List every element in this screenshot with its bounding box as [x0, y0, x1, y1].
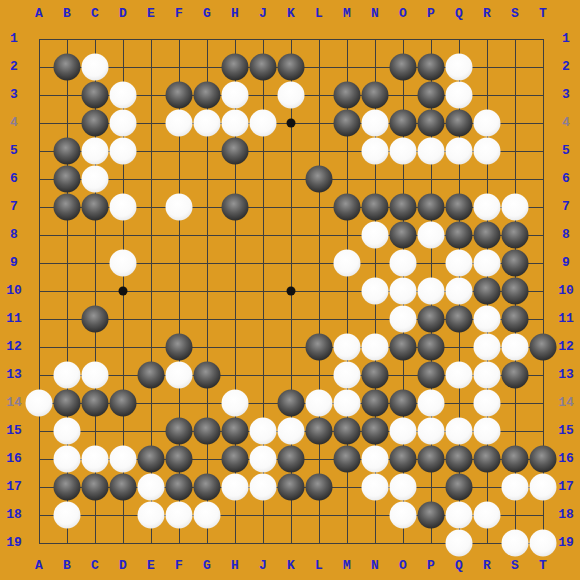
row-label-left-6: 6 [0, 171, 28, 187]
stone-black-P2 [418, 54, 445, 81]
stone-white-C16 [82, 446, 109, 473]
stone-white-S19 [502, 530, 529, 557]
row-label-right-8: 8 [552, 227, 580, 243]
stone-white-Q3 [446, 82, 473, 109]
row-label-left-1: 1 [0, 31, 28, 47]
stone-white-N8 [362, 222, 389, 249]
column-label-bottom-F: F [165, 558, 193, 574]
column-label-top-B: B [53, 6, 81, 22]
stone-black-H2 [222, 54, 249, 81]
row-label-right-2: 2 [552, 59, 580, 75]
stone-black-B14 [54, 390, 81, 417]
stone-white-O5 [390, 138, 417, 165]
stone-black-S10 [502, 278, 529, 305]
row-label-left-19: 19 [0, 535, 28, 551]
stone-white-G4 [194, 110, 221, 137]
stone-white-D4 [110, 110, 137, 137]
stone-white-C6 [82, 166, 109, 193]
stone-white-B18 [54, 502, 81, 529]
column-label-bottom-B: B [53, 558, 81, 574]
stone-black-Q17 [446, 474, 473, 501]
stone-white-R5 [474, 138, 501, 165]
row-label-right-4: 4 [552, 115, 580, 131]
stone-black-Q16 [446, 446, 473, 473]
stone-black-G3 [194, 82, 221, 109]
column-label-bottom-R: R [473, 558, 501, 574]
row-label-right-6: 6 [552, 171, 580, 187]
stone-white-N17 [362, 474, 389, 501]
stone-white-J4 [250, 110, 277, 137]
stone-black-C14 [82, 390, 109, 417]
grid-line-horizontal [39, 347, 544, 348]
stone-black-M3 [334, 82, 361, 109]
column-label-top-F: F [165, 6, 193, 22]
stone-black-O14 [390, 390, 417, 417]
stone-black-E13 [138, 362, 165, 389]
stone-black-R8 [474, 222, 501, 249]
stone-white-O17 [390, 474, 417, 501]
column-label-top-M: M [333, 6, 361, 22]
stone-white-Q9 [446, 250, 473, 277]
stone-black-E16 [138, 446, 165, 473]
stone-black-K16 [278, 446, 305, 473]
stone-black-O12 [390, 334, 417, 361]
stone-white-D3 [110, 82, 137, 109]
stone-black-O2 [390, 54, 417, 81]
stone-black-L15 [306, 418, 333, 445]
stone-black-C4 [82, 110, 109, 137]
stone-black-O7 [390, 194, 417, 221]
column-label-bottom-L: L [305, 558, 333, 574]
stone-white-M14 [334, 390, 361, 417]
stone-black-G15 [194, 418, 221, 445]
stone-black-S9 [502, 250, 529, 277]
stone-white-S7 [502, 194, 529, 221]
stone-black-B2 [54, 54, 81, 81]
column-label-top-A: A [25, 6, 53, 22]
stone-black-L6 [306, 166, 333, 193]
stone-white-R7 [474, 194, 501, 221]
column-label-top-J: J [249, 6, 277, 22]
column-label-top-C: C [81, 6, 109, 22]
column-label-top-H: H [221, 6, 249, 22]
row-label-left-9: 9 [0, 255, 28, 271]
stone-black-G17 [194, 474, 221, 501]
stone-white-F4 [166, 110, 193, 137]
stone-white-N16 [362, 446, 389, 473]
stone-black-S11 [502, 306, 529, 333]
stone-black-B6 [54, 166, 81, 193]
row-label-left-17: 17 [0, 479, 28, 495]
stone-black-Q7 [446, 194, 473, 221]
stone-black-T16 [530, 446, 557, 473]
column-label-bottom-J: J [249, 558, 277, 574]
stone-white-N5 [362, 138, 389, 165]
stone-black-B17 [54, 474, 81, 501]
star-point-D10 [119, 287, 128, 296]
stone-white-R14 [474, 390, 501, 417]
row-label-right-3: 3 [552, 87, 580, 103]
stone-black-L12 [306, 334, 333, 361]
column-label-bottom-Q: Q [445, 558, 473, 574]
stone-black-K2 [278, 54, 305, 81]
stone-black-P18 [418, 502, 445, 529]
stone-white-R18 [474, 502, 501, 529]
row-label-left-5: 5 [0, 143, 28, 159]
stone-black-N13 [362, 362, 389, 389]
stone-black-S8 [502, 222, 529, 249]
stone-white-P15 [418, 418, 445, 445]
stone-white-O15 [390, 418, 417, 445]
stone-white-O11 [390, 306, 417, 333]
stone-white-S17 [502, 474, 529, 501]
stone-white-T19 [530, 530, 557, 557]
stone-white-N10 [362, 278, 389, 305]
stone-white-P14 [418, 390, 445, 417]
row-label-left-2: 2 [0, 59, 28, 75]
stone-black-Q8 [446, 222, 473, 249]
stone-black-S13 [502, 362, 529, 389]
stone-black-P11 [418, 306, 445, 333]
star-point-K4 [287, 119, 296, 128]
stone-white-H4 [222, 110, 249, 137]
stone-white-P8 [418, 222, 445, 249]
row-label-right-15: 15 [552, 423, 580, 439]
column-label-bottom-G: G [193, 558, 221, 574]
stone-white-C13 [82, 362, 109, 389]
stone-white-F18 [166, 502, 193, 529]
row-label-left-13: 13 [0, 367, 28, 383]
row-label-left-3: 3 [0, 87, 28, 103]
grid-line-vertical [319, 39, 320, 544]
stone-black-K14 [278, 390, 305, 417]
stone-white-K3 [278, 82, 305, 109]
stone-white-N12 [362, 334, 389, 361]
row-label-left-7: 7 [0, 199, 28, 215]
stone-white-E18 [138, 502, 165, 529]
stone-black-O4 [390, 110, 417, 137]
stone-white-R9 [474, 250, 501, 277]
column-label-top-G: G [193, 6, 221, 22]
stone-black-N7 [362, 194, 389, 221]
stone-white-R15 [474, 418, 501, 445]
column-label-top-K: K [277, 6, 305, 22]
stone-black-H7 [222, 194, 249, 221]
column-label-bottom-P: P [417, 558, 445, 574]
column-label-bottom-S: S [501, 558, 529, 574]
column-label-top-R: R [473, 6, 501, 22]
stone-black-C3 [82, 82, 109, 109]
stone-black-P16 [418, 446, 445, 473]
stone-black-N14 [362, 390, 389, 417]
row-label-right-7: 7 [552, 199, 580, 215]
stone-white-D5 [110, 138, 137, 165]
stone-white-D9 [110, 250, 137, 277]
stone-white-J17 [250, 474, 277, 501]
stone-white-R13 [474, 362, 501, 389]
row-label-left-15: 15 [0, 423, 28, 439]
row-label-right-14: 14 [552, 395, 580, 411]
column-label-top-E: E [137, 6, 165, 22]
row-label-right-1: 1 [552, 31, 580, 47]
stone-white-H3 [222, 82, 249, 109]
stone-white-B15 [54, 418, 81, 445]
stone-white-M9 [334, 250, 361, 277]
stone-black-O16 [390, 446, 417, 473]
stone-black-H5 [222, 138, 249, 165]
stone-white-Q2 [446, 54, 473, 81]
stone-white-F7 [166, 194, 193, 221]
stone-black-H16 [222, 446, 249, 473]
row-label-right-5: 5 [552, 143, 580, 159]
stone-black-B5 [54, 138, 81, 165]
stone-black-C7 [82, 194, 109, 221]
stone-white-L14 [306, 390, 333, 417]
stone-black-P12 [418, 334, 445, 361]
stone-white-Q10 [446, 278, 473, 305]
row-label-left-10: 10 [0, 283, 28, 299]
stone-black-D14 [110, 390, 137, 417]
stone-white-Q15 [446, 418, 473, 445]
column-label-bottom-H: H [221, 558, 249, 574]
column-label-bottom-C: C [81, 558, 109, 574]
stone-black-O8 [390, 222, 417, 249]
row-label-right-18: 18 [552, 507, 580, 523]
column-label-top-D: D [109, 6, 137, 22]
stone-white-M13 [334, 362, 361, 389]
column-label-top-P: P [417, 6, 445, 22]
column-label-bottom-M: M [333, 558, 361, 574]
stone-white-P5 [418, 138, 445, 165]
stone-black-S16 [502, 446, 529, 473]
column-label-top-T: T [529, 6, 557, 22]
go-board[interactable]: AABBCCDDEEFFGGHHJJKKLLMMNNOOPPQQRRSSTT11… [0, 0, 580, 580]
stone-white-S12 [502, 334, 529, 361]
stone-black-F3 [166, 82, 193, 109]
column-label-bottom-N: N [361, 558, 389, 574]
stone-black-R10 [474, 278, 501, 305]
stone-white-Q5 [446, 138, 473, 165]
row-label-right-10: 10 [552, 283, 580, 299]
stone-white-O10 [390, 278, 417, 305]
stone-white-B13 [54, 362, 81, 389]
stone-white-M12 [334, 334, 361, 361]
stone-black-G13 [194, 362, 221, 389]
column-label-top-S: S [501, 6, 529, 22]
stone-white-R4 [474, 110, 501, 137]
stone-white-J16 [250, 446, 277, 473]
stone-black-P4 [418, 110, 445, 137]
row-label-right-9: 9 [552, 255, 580, 271]
row-label-left-4: 4 [0, 115, 28, 131]
column-label-bottom-O: O [389, 558, 417, 574]
stone-white-D7 [110, 194, 137, 221]
stone-white-F13 [166, 362, 193, 389]
stone-black-N3 [362, 82, 389, 109]
stone-black-J2 [250, 54, 277, 81]
row-label-left-16: 16 [0, 451, 28, 467]
stone-black-F17 [166, 474, 193, 501]
stone-black-M16 [334, 446, 361, 473]
row-label-left-12: 12 [0, 339, 28, 355]
stone-white-R11 [474, 306, 501, 333]
row-label-right-13: 13 [552, 367, 580, 383]
stone-black-C17 [82, 474, 109, 501]
column-label-top-N: N [361, 6, 389, 22]
column-label-top-Q: Q [445, 6, 473, 22]
stone-black-B7 [54, 194, 81, 221]
column-label-bottom-D: D [109, 558, 137, 574]
column-label-top-O: O [389, 6, 417, 22]
star-point-K10 [287, 287, 296, 296]
stone-white-O18 [390, 502, 417, 529]
column-label-bottom-T: T [529, 558, 557, 574]
stone-black-R16 [474, 446, 501, 473]
stone-white-H14 [222, 390, 249, 417]
row-label-left-8: 8 [0, 227, 28, 243]
column-label-bottom-K: K [277, 558, 305, 574]
stone-white-H17 [222, 474, 249, 501]
stone-black-D17 [110, 474, 137, 501]
row-label-left-11: 11 [0, 311, 28, 327]
stone-white-E17 [138, 474, 165, 501]
stone-white-Q13 [446, 362, 473, 389]
stone-black-C11 [82, 306, 109, 333]
row-label-left-18: 18 [0, 507, 28, 523]
stone-white-N4 [362, 110, 389, 137]
stone-white-A14 [26, 390, 53, 417]
stone-black-Q4 [446, 110, 473, 137]
stone-black-P3 [418, 82, 445, 109]
stone-white-G18 [194, 502, 221, 529]
stone-white-Q19 [446, 530, 473, 557]
stone-white-P10 [418, 278, 445, 305]
stone-black-F16 [166, 446, 193, 473]
stone-white-O9 [390, 250, 417, 277]
column-label-bottom-E: E [137, 558, 165, 574]
stone-black-F12 [166, 334, 193, 361]
stone-black-P13 [418, 362, 445, 389]
stone-white-K15 [278, 418, 305, 445]
stone-black-Q11 [446, 306, 473, 333]
stone-black-F15 [166, 418, 193, 445]
stone-white-J15 [250, 418, 277, 445]
stone-black-N15 [362, 418, 389, 445]
stone-black-K17 [278, 474, 305, 501]
stone-white-D16 [110, 446, 137, 473]
row-label-left-14: 14 [0, 395, 28, 411]
column-label-top-L: L [305, 6, 333, 22]
stone-black-L17 [306, 474, 333, 501]
stone-black-T12 [530, 334, 557, 361]
stone-black-M4 [334, 110, 361, 137]
stone-black-P7 [418, 194, 445, 221]
row-label-right-11: 11 [552, 311, 580, 327]
stone-white-T17 [530, 474, 557, 501]
stone-white-Q18 [446, 502, 473, 529]
stone-white-B16 [54, 446, 81, 473]
column-label-bottom-A: A [25, 558, 53, 574]
stone-white-C5 [82, 138, 109, 165]
stone-white-R12 [474, 334, 501, 361]
stone-black-M15 [334, 418, 361, 445]
stone-black-H15 [222, 418, 249, 445]
stone-black-M7 [334, 194, 361, 221]
stone-white-C2 [82, 54, 109, 81]
